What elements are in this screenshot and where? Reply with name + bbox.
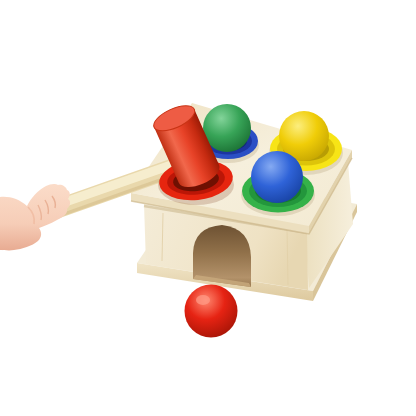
scene-canvas xyxy=(0,0,416,416)
loose-red-ball xyxy=(185,285,238,338)
blue-ball xyxy=(251,151,303,203)
toy-product-photo xyxy=(0,0,416,416)
red-ball-highlight xyxy=(196,295,210,305)
green-ball xyxy=(203,104,251,152)
